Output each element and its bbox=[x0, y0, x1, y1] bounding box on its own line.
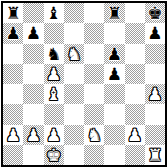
square-d4[interactable] bbox=[64, 84, 84, 104]
square-f7[interactable] bbox=[104, 23, 124, 43]
square-d2[interactable] bbox=[64, 125, 84, 145]
square-c7[interactable] bbox=[44, 23, 64, 43]
chess-diagram: ♜ ♝ ♜ ♚ ♟ ♟ ♟ ♞ ♞ ♟ ♟ bbox=[0, 0, 168, 168]
square-e2[interactable]: ♞ bbox=[84, 125, 104, 145]
square-c4[interactable]: ♝ bbox=[44, 84, 64, 104]
square-e1[interactable] bbox=[84, 145, 104, 165]
square-b1[interactable] bbox=[23, 145, 43, 165]
square-g2[interactable]: ♟ bbox=[125, 125, 145, 145]
square-a7[interactable]: ♟ bbox=[3, 23, 23, 43]
square-a3[interactable] bbox=[3, 104, 23, 124]
piece-white-pawn: ♟ bbox=[46, 64, 61, 84]
square-e4[interactable] bbox=[84, 84, 104, 104]
square-b4[interactable] bbox=[23, 84, 43, 104]
square-e8[interactable] bbox=[84, 3, 104, 23]
square-h8[interactable]: ♚ bbox=[145, 3, 165, 23]
square-a2[interactable]: ♟ bbox=[3, 125, 23, 145]
square-g3[interactable] bbox=[125, 104, 145, 124]
piece-black-rook: ♜ bbox=[6, 3, 21, 23]
chess-board: ♜ ♝ ♜ ♚ ♟ ♟ ♟ ♞ ♞ ♟ ♟ bbox=[3, 3, 165, 165]
square-f8[interactable]: ♜ bbox=[104, 3, 124, 23]
square-h7[interactable]: ♟ bbox=[145, 23, 165, 43]
square-a4[interactable] bbox=[3, 84, 23, 104]
square-b3[interactable] bbox=[23, 104, 43, 124]
piece-white-king: ♚ bbox=[46, 145, 61, 165]
square-d5[interactable] bbox=[64, 64, 84, 84]
piece-black-pawn: ♟ bbox=[6, 23, 21, 43]
piece-white-pawn: ♟ bbox=[127, 125, 142, 145]
piece-white-pawn: ♟ bbox=[6, 125, 21, 145]
square-b8[interactable] bbox=[23, 3, 43, 23]
square-g4[interactable] bbox=[125, 84, 145, 104]
square-d1[interactable] bbox=[64, 145, 84, 165]
square-c3[interactable] bbox=[44, 104, 64, 124]
square-f1[interactable] bbox=[104, 145, 124, 165]
square-f2[interactable] bbox=[104, 125, 124, 145]
square-g7[interactable] bbox=[125, 23, 145, 43]
square-h5[interactable] bbox=[145, 64, 165, 84]
piece-black-pawn: ♟ bbox=[107, 44, 122, 64]
square-b2[interactable]: ♟ bbox=[23, 125, 43, 145]
square-g8[interactable] bbox=[125, 3, 145, 23]
piece-white-pawn: ♟ bbox=[147, 84, 162, 104]
square-h4[interactable]: ♟ bbox=[145, 84, 165, 104]
piece-black-pawn: ♟ bbox=[26, 23, 41, 43]
square-d6[interactable]: ♞ bbox=[64, 44, 84, 64]
piece-white-knight: ♞ bbox=[66, 44, 81, 64]
square-h6[interactable] bbox=[145, 44, 165, 64]
piece-white-knight: ♞ bbox=[87, 125, 102, 145]
square-e7[interactable] bbox=[84, 23, 104, 43]
square-b5[interactable] bbox=[23, 64, 43, 84]
square-h1[interactable]: ♜ bbox=[145, 145, 165, 165]
square-f3[interactable] bbox=[104, 104, 124, 124]
square-c6[interactable]: ♞ bbox=[44, 44, 64, 64]
square-a8[interactable]: ♜ bbox=[3, 3, 23, 23]
piece-white-rook: ♜ bbox=[147, 145, 162, 165]
square-g1[interactable] bbox=[125, 145, 145, 165]
square-c1[interactable]: ♚ bbox=[44, 145, 64, 165]
square-b7[interactable]: ♟ bbox=[23, 23, 43, 43]
square-e3[interactable] bbox=[84, 104, 104, 124]
square-f6[interactable]: ♟ bbox=[104, 44, 124, 64]
square-a6[interactable] bbox=[3, 44, 23, 64]
piece-black-pawn: ♟ bbox=[107, 64, 122, 84]
piece-black-king: ♚ bbox=[147, 3, 162, 23]
piece-black-rook: ♜ bbox=[107, 3, 122, 23]
square-e6[interactable] bbox=[84, 44, 104, 64]
square-d3[interactable] bbox=[64, 104, 84, 124]
square-g6[interactable] bbox=[125, 44, 145, 64]
piece-white-pawn: ♟ bbox=[26, 125, 41, 145]
square-a5[interactable] bbox=[3, 64, 23, 84]
square-h3[interactable] bbox=[145, 104, 165, 124]
square-c2[interactable]: ♟ bbox=[44, 125, 64, 145]
square-b6[interactable] bbox=[23, 44, 43, 64]
square-f5[interactable]: ♟ bbox=[104, 64, 124, 84]
square-e5[interactable] bbox=[84, 64, 104, 84]
square-a1[interactable] bbox=[3, 145, 23, 165]
piece-black-bishop: ♝ bbox=[46, 3, 61, 23]
piece-white-bishop: ♝ bbox=[46, 84, 61, 104]
piece-black-knight: ♞ bbox=[46, 44, 61, 64]
square-d7[interactable] bbox=[64, 23, 84, 43]
board-frame: ♜ ♝ ♜ ♚ ♟ ♟ ♟ ♞ ♞ ♟ ♟ bbox=[1, 1, 167, 167]
square-d8[interactable] bbox=[64, 3, 84, 23]
square-g5[interactable] bbox=[125, 64, 145, 84]
square-c8[interactable]: ♝ bbox=[44, 3, 64, 23]
square-h2[interactable] bbox=[145, 125, 165, 145]
square-f4[interactable] bbox=[104, 84, 124, 104]
piece-white-pawn: ♟ bbox=[46, 125, 61, 145]
piece-black-pawn: ♟ bbox=[147, 23, 162, 43]
square-c5[interactable]: ♟ bbox=[44, 64, 64, 84]
